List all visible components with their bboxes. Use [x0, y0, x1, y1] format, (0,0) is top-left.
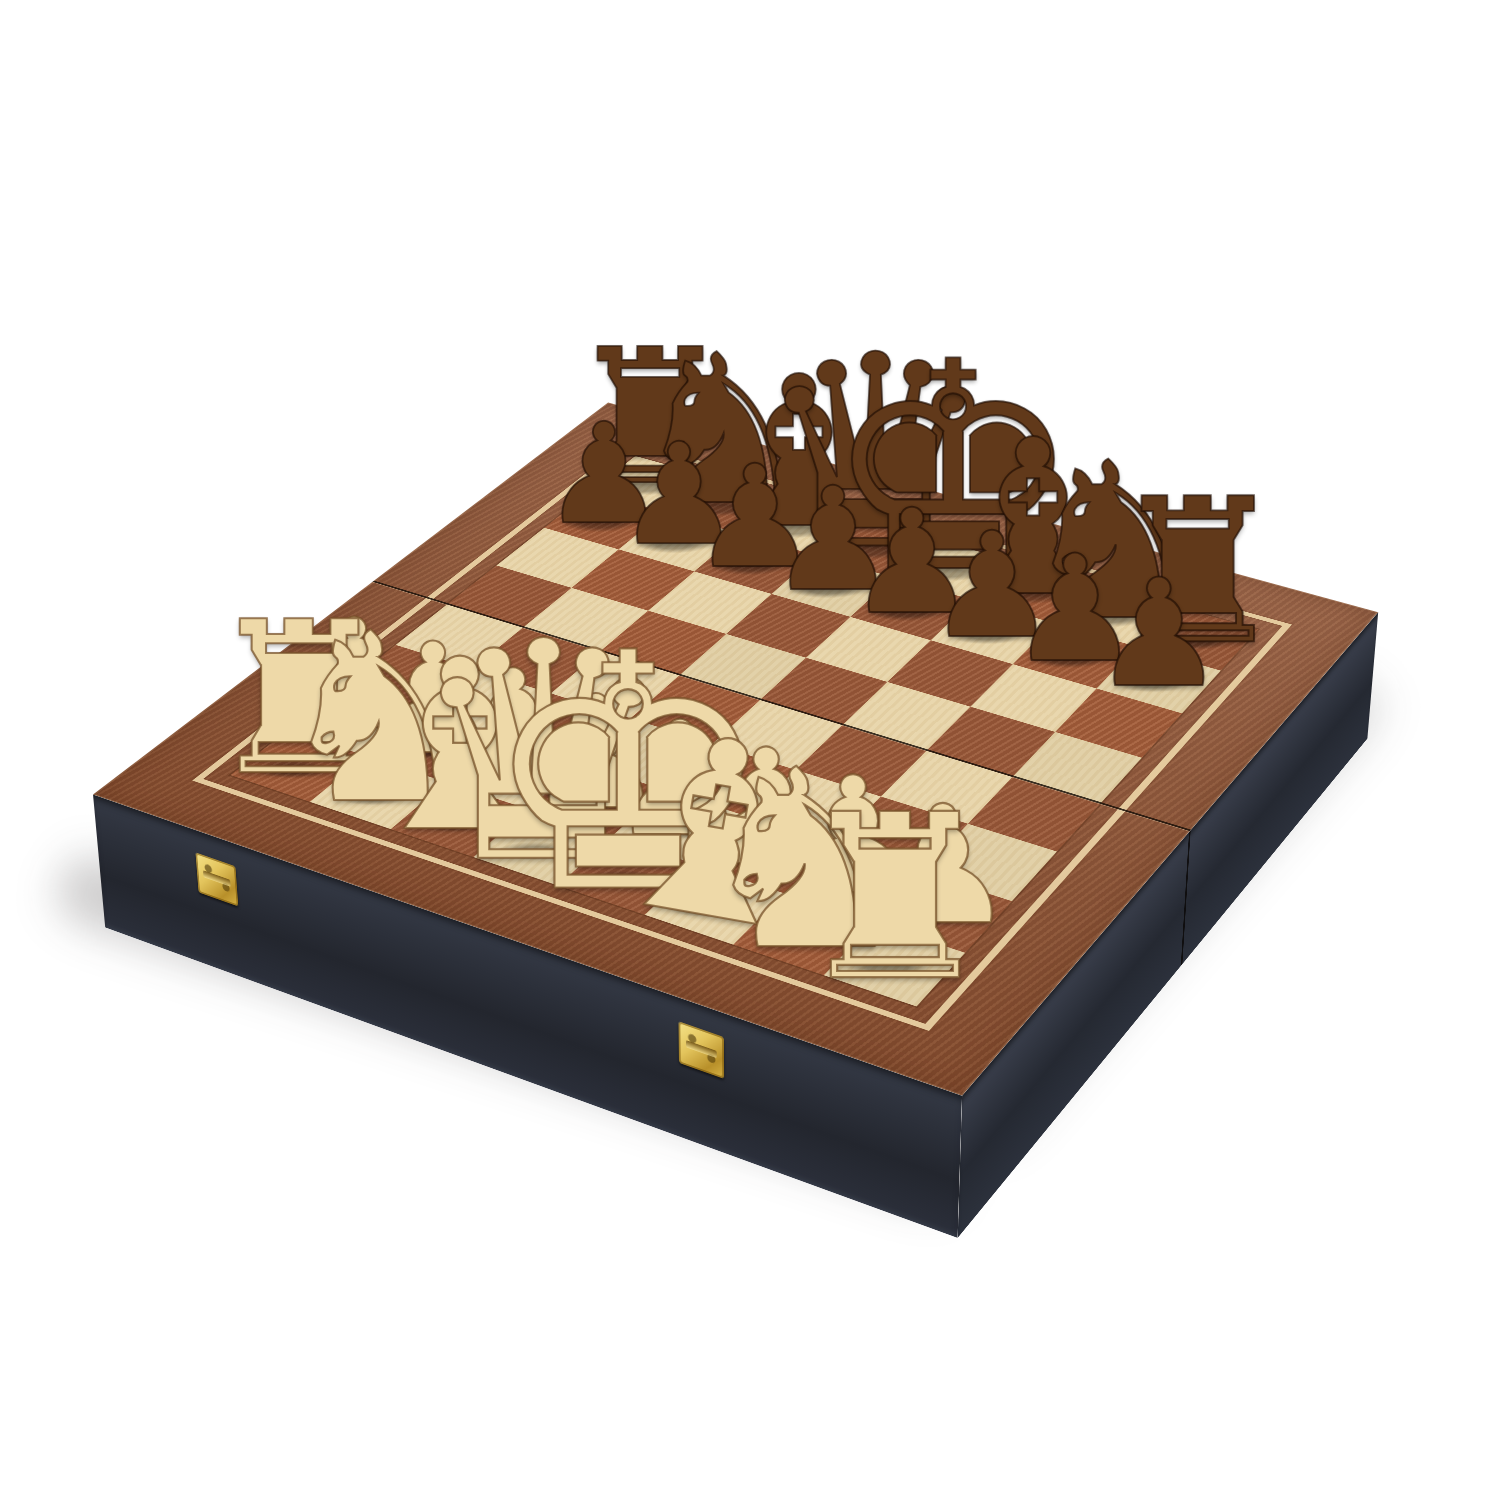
brass-latch[interactable]: [195, 852, 238, 906]
white-rook-h1[interactable]: ♜: [793, 784, 997, 1012]
black-pawn-h7[interactable]: ♟: [1092, 559, 1225, 708]
product-photo-scene: ♜♞♝♛♚♝♞♜♟♟♟♟♟♟♟♟♟♟♟♟♟♟♟♟♜♞♝♛♚♝♞♜: [0, 0, 1500, 1500]
square-h5[interactable]: [1012, 732, 1141, 804]
fold-seam-side: [1181, 830, 1191, 966]
brass-latch[interactable]: [679, 1021, 725, 1079]
